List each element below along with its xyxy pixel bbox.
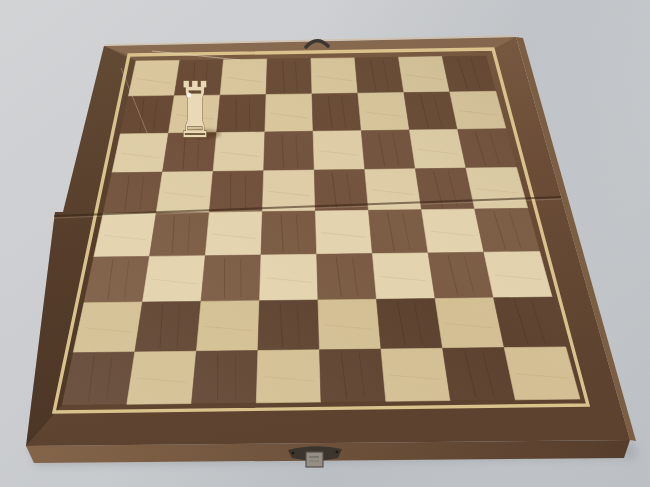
- white-rook-piece[interactable]: ♜: [177, 66, 213, 155]
- piece-highlight: [187, 93, 192, 98]
- clasp-screw: [336, 451, 339, 454]
- chessboard-photo: ♜: [0, 0, 650, 487]
- clasp-plate: [306, 452, 323, 467]
- scene: ♜: [0, 0, 650, 487]
- clasp-screw: [292, 452, 295, 455]
